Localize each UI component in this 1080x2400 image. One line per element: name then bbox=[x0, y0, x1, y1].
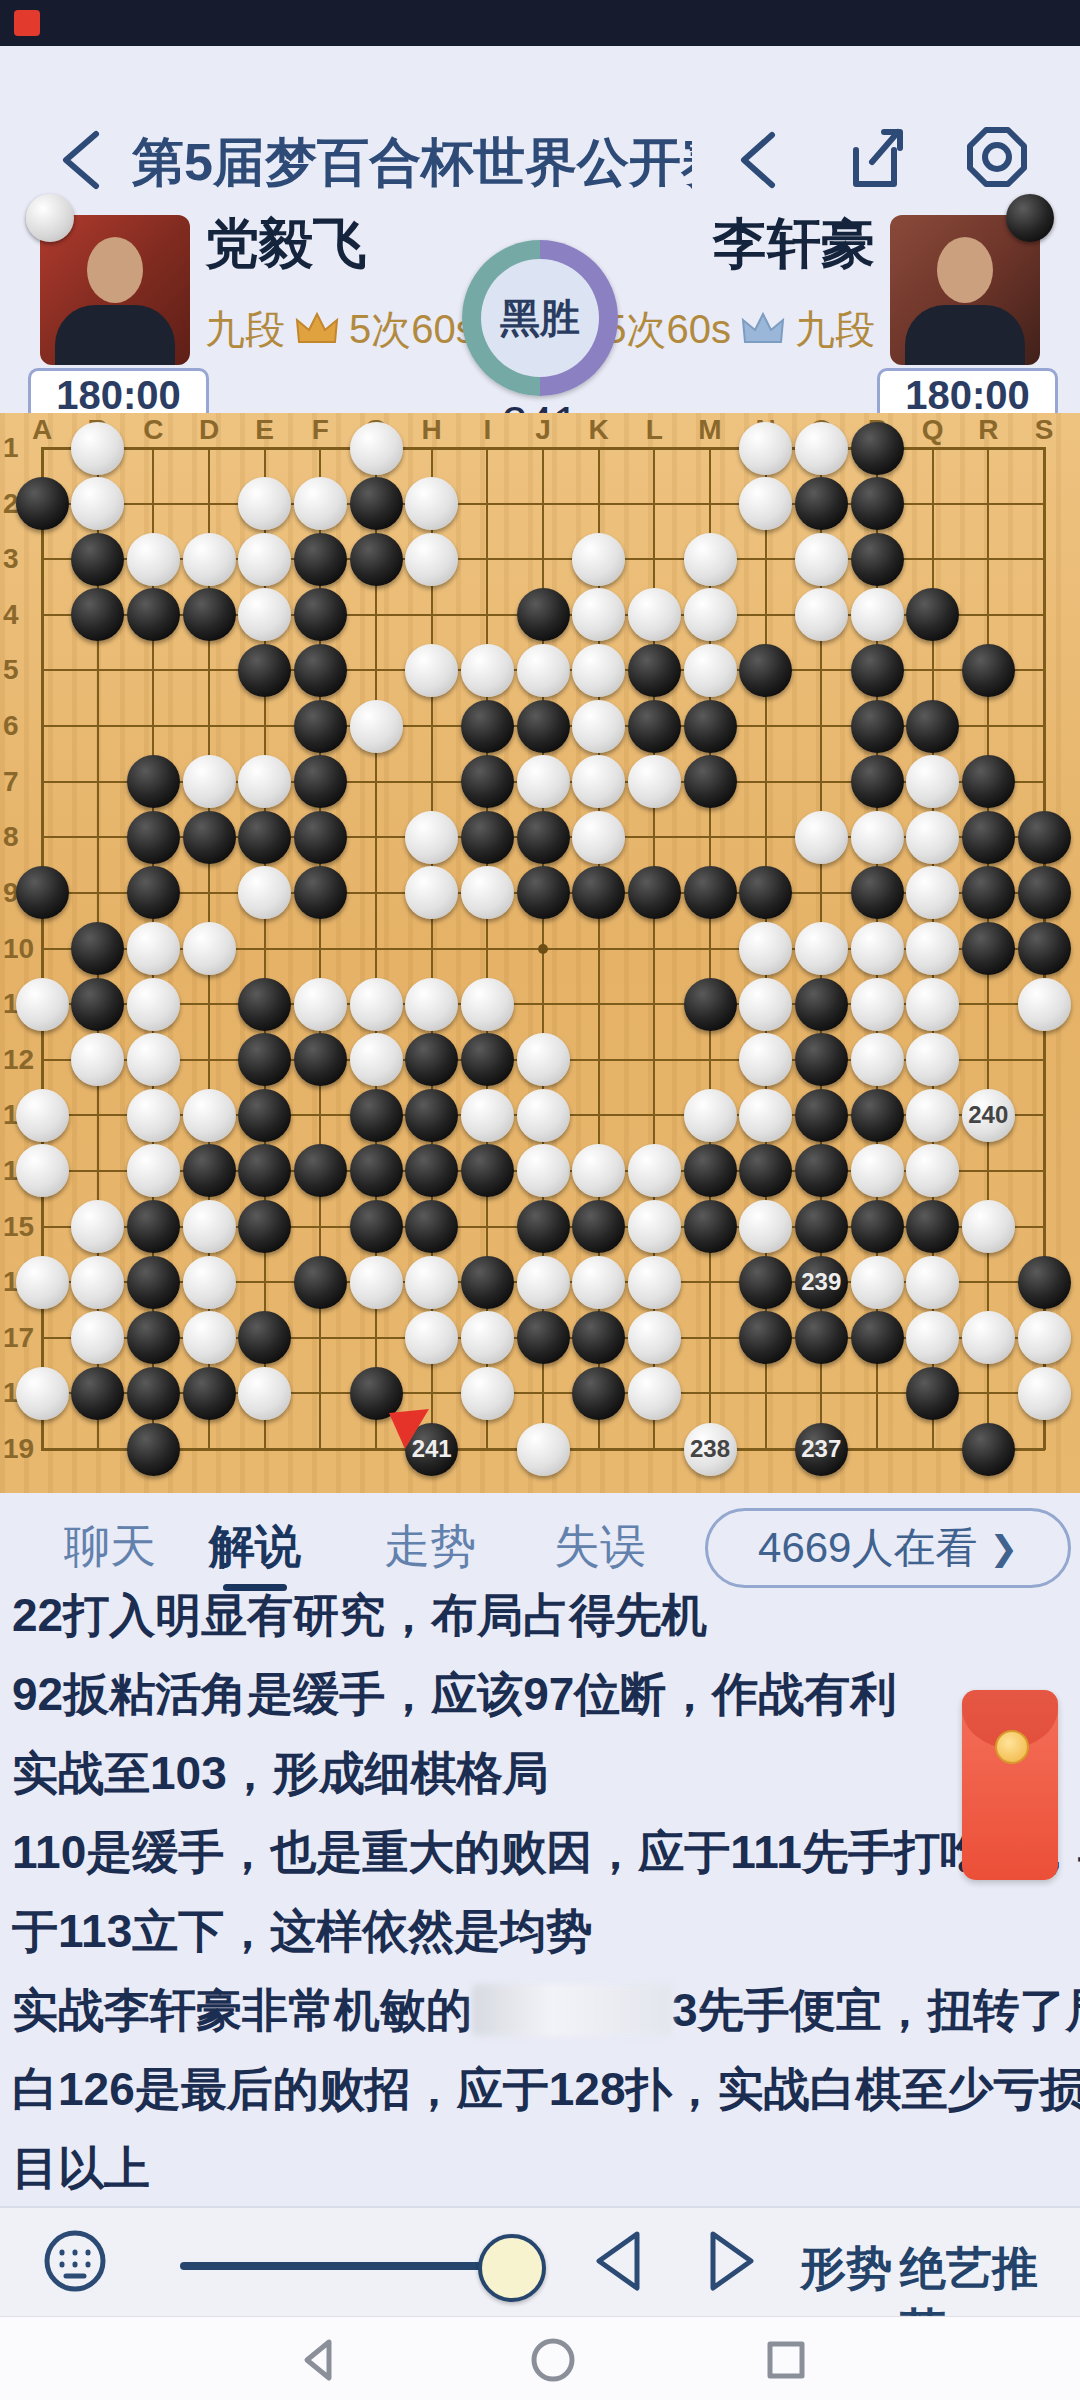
stone-black[interactable] bbox=[350, 1144, 403, 1197]
stone-white[interactable] bbox=[350, 422, 403, 475]
avatar-face bbox=[87, 237, 143, 303]
stone-white[interactable] bbox=[851, 1144, 904, 1197]
stone-white[interactable]: 240 bbox=[962, 1089, 1015, 1142]
stone-black[interactable] bbox=[684, 1144, 737, 1197]
stone-black[interactable] bbox=[795, 477, 848, 530]
right-rank: 九段 bbox=[795, 302, 875, 357]
stone-black[interactable] bbox=[517, 1311, 570, 1364]
stone-black[interactable] bbox=[906, 1367, 959, 1420]
stone-white[interactable] bbox=[517, 1033, 570, 1086]
stone-black[interactable] bbox=[1018, 1256, 1071, 1309]
stone-white[interactable] bbox=[461, 1311, 514, 1364]
stone-white[interactable] bbox=[127, 1144, 180, 1197]
stone-black[interactable] bbox=[684, 700, 737, 753]
stone-white[interactable] bbox=[851, 978, 904, 1031]
stone-white[interactable] bbox=[517, 755, 570, 808]
stone-black[interactable] bbox=[572, 1367, 625, 1420]
stone-black[interactable] bbox=[851, 533, 904, 586]
stone-black[interactable] bbox=[238, 1033, 291, 1086]
stone-white[interactable] bbox=[962, 1200, 1015, 1253]
stone-white[interactable] bbox=[71, 1256, 124, 1309]
right-player-name: 李轩豪 bbox=[560, 208, 875, 281]
stone-white[interactable] bbox=[71, 1033, 124, 1086]
coord-number: 3 bbox=[0, 543, 37, 575]
stone-black[interactable] bbox=[238, 811, 291, 864]
censored-blur-patch bbox=[472, 1984, 672, 2036]
stone-white[interactable] bbox=[684, 644, 737, 697]
stone-black[interactable] bbox=[405, 1089, 458, 1142]
stone-black[interactable] bbox=[461, 811, 514, 864]
stone-white[interactable] bbox=[684, 533, 737, 586]
situation-button[interactable]: 形势 bbox=[800, 2238, 892, 2300]
record-target-icon[interactable] bbox=[962, 122, 1032, 192]
stone-white[interactable] bbox=[127, 1033, 180, 1086]
stone-white[interactable] bbox=[517, 1256, 570, 1309]
stone-white[interactable] bbox=[572, 644, 625, 697]
stone-black[interactable] bbox=[127, 1311, 180, 1364]
stone-black[interactable] bbox=[684, 1200, 737, 1253]
coord-letter: H bbox=[412, 414, 452, 446]
stone-black[interactable] bbox=[962, 755, 1015, 808]
stone-white[interactable] bbox=[238, 755, 291, 808]
coord-number: 12 bbox=[0, 1044, 37, 1076]
stone-black[interactable] bbox=[127, 1423, 180, 1476]
stone-black[interactable] bbox=[183, 1144, 236, 1197]
stone-black[interactable] bbox=[962, 644, 1015, 697]
stone-black[interactable] bbox=[851, 700, 904, 753]
stone-black[interactable] bbox=[572, 1200, 625, 1253]
stone-white[interactable] bbox=[628, 1311, 681, 1364]
stone-black[interactable] bbox=[851, 644, 904, 697]
coord-letter: K bbox=[579, 414, 619, 446]
stone-black[interactable]: 239 bbox=[795, 1256, 848, 1309]
stone-black[interactable] bbox=[405, 1033, 458, 1086]
stone-black[interactable] bbox=[795, 978, 848, 1031]
coord-number: 7 bbox=[0, 766, 37, 798]
stone-black[interactable] bbox=[461, 700, 514, 753]
coord-number: 1 bbox=[0, 432, 37, 464]
stone-black[interactable] bbox=[294, 700, 347, 753]
star-point bbox=[538, 944, 548, 954]
stone-black[interactable] bbox=[16, 477, 69, 530]
stone-black[interactable] bbox=[294, 866, 347, 919]
coord-letter: R bbox=[968, 414, 1008, 446]
page-title: 第5届梦百合杯世界公开赛... bbox=[132, 128, 692, 192]
collapse-back-icon[interactable] bbox=[738, 130, 780, 190]
stone-black[interactable] bbox=[795, 1311, 848, 1364]
stone-black[interactable] bbox=[851, 1311, 904, 1364]
stone-white[interactable] bbox=[684, 1089, 737, 1142]
stone-white[interactable] bbox=[684, 588, 737, 641]
stone-black[interactable] bbox=[517, 866, 570, 919]
stone-white[interactable] bbox=[906, 811, 959, 864]
stone-black[interactable] bbox=[16, 866, 69, 919]
commentary-line: 目以上 bbox=[0, 2129, 1080, 2206]
stone-white[interactable] bbox=[238, 477, 291, 530]
stone-black[interactable] bbox=[962, 922, 1015, 975]
stone-white[interactable] bbox=[71, 477, 124, 530]
stone-white[interactable] bbox=[461, 1089, 514, 1142]
stone-black[interactable] bbox=[851, 866, 904, 919]
stone-white[interactable] bbox=[127, 533, 180, 586]
stone-black[interactable] bbox=[1018, 922, 1071, 975]
stone-white[interactable] bbox=[628, 1200, 681, 1253]
stone-black[interactable] bbox=[405, 1200, 458, 1253]
stone-white[interactable] bbox=[572, 700, 625, 753]
stone-white[interactable] bbox=[795, 588, 848, 641]
coord-letter: J bbox=[523, 414, 563, 446]
right-byoyomi: 5次60s bbox=[604, 302, 731, 357]
stone-white[interactable] bbox=[572, 811, 625, 864]
stone-white[interactable] bbox=[461, 644, 514, 697]
stone-white[interactable] bbox=[16, 1144, 69, 1197]
stone-white[interactable] bbox=[906, 978, 959, 1031]
coord-letter: Q bbox=[913, 414, 953, 446]
stone-white[interactable] bbox=[906, 1033, 959, 1086]
commentary-line: 实战至103，形成细棋格局 bbox=[0, 1734, 1080, 1813]
stone-white[interactable] bbox=[461, 978, 514, 1031]
coord-number: 4 bbox=[0, 599, 37, 631]
stone-white[interactable] bbox=[71, 1200, 124, 1253]
stone-white[interactable] bbox=[350, 700, 403, 753]
avatar-body bbox=[905, 305, 1025, 365]
stone-black[interactable] bbox=[350, 477, 403, 530]
stone-white[interactable] bbox=[183, 1200, 236, 1253]
stone-white[interactable] bbox=[405, 477, 458, 530]
stone-white[interactable] bbox=[461, 866, 514, 919]
stone-white[interactable] bbox=[739, 422, 792, 475]
stone-white[interactable] bbox=[350, 1256, 403, 1309]
tab-trend[interactable]: 走势 bbox=[360, 1516, 500, 1576]
stone-white[interactable] bbox=[350, 1033, 403, 1086]
stone-white[interactable] bbox=[795, 922, 848, 975]
black-stone-badge bbox=[1006, 194, 1054, 242]
stone-black[interactable] bbox=[71, 922, 124, 975]
stone-white[interactable] bbox=[16, 1256, 69, 1309]
stone-black[interactable] bbox=[127, 755, 180, 808]
stone-black[interactable] bbox=[572, 866, 625, 919]
stone-white[interactable] bbox=[851, 1256, 904, 1309]
stone-black[interactable] bbox=[127, 1367, 180, 1420]
stone-black[interactable] bbox=[795, 1033, 848, 1086]
stone-white[interactable] bbox=[572, 588, 625, 641]
keyboard-smiley-icon[interactable] bbox=[40, 2226, 110, 2296]
avatar-face bbox=[937, 237, 993, 303]
stone-white[interactable] bbox=[294, 978, 347, 1031]
stone-white[interactable] bbox=[405, 866, 458, 919]
stone-white[interactable] bbox=[739, 1033, 792, 1086]
stone-black[interactable] bbox=[628, 866, 681, 919]
stone-black[interactable] bbox=[572, 1311, 625, 1364]
stone-black[interactable] bbox=[461, 1144, 514, 1197]
stone-white[interactable] bbox=[572, 1144, 625, 1197]
stone-black[interactable] bbox=[962, 1423, 1015, 1476]
stone-white[interactable] bbox=[183, 1311, 236, 1364]
status-bar bbox=[0, 0, 1080, 46]
stone-black[interactable] bbox=[628, 700, 681, 753]
stone-white[interactable] bbox=[517, 1423, 570, 1476]
stone-white[interactable] bbox=[851, 1033, 904, 1086]
stone-black[interactable] bbox=[851, 1200, 904, 1253]
stone-black[interactable] bbox=[461, 1033, 514, 1086]
stone-black[interactable] bbox=[684, 755, 737, 808]
result-ring: 黑胜 bbox=[462, 240, 618, 396]
stone-black[interactable] bbox=[962, 866, 1015, 919]
stone-black[interactable] bbox=[127, 588, 180, 641]
stone-black[interactable] bbox=[851, 422, 904, 475]
stone-black[interactable] bbox=[71, 533, 124, 586]
stone-white[interactable] bbox=[906, 1256, 959, 1309]
stone-white[interactable] bbox=[127, 978, 180, 1031]
stone-black[interactable] bbox=[851, 1089, 904, 1142]
stone-black[interactable] bbox=[461, 1256, 514, 1309]
stone-black[interactable] bbox=[739, 1144, 792, 1197]
android-back-icon[interactable] bbox=[297, 2338, 341, 2382]
stone-black[interactable] bbox=[795, 1200, 848, 1253]
stone-black[interactable] bbox=[183, 811, 236, 864]
stone-black[interactable] bbox=[517, 700, 570, 753]
stone-white[interactable] bbox=[739, 477, 792, 530]
stone-white[interactable] bbox=[628, 588, 681, 641]
stone-black[interactable] bbox=[517, 588, 570, 641]
stone-black[interactable] bbox=[739, 1256, 792, 1309]
coord-number: 19 bbox=[0, 1433, 37, 1465]
coord-letter: D bbox=[189, 414, 229, 446]
stone-white[interactable] bbox=[517, 1089, 570, 1142]
stone-white[interactable] bbox=[405, 644, 458, 697]
stone-white[interactable] bbox=[628, 1144, 681, 1197]
stone-black[interactable] bbox=[906, 588, 959, 641]
stone-white[interactable] bbox=[16, 1089, 69, 1142]
go-board[interactable]: A1B2C3D4E5F6G7H8I9J10K11L12M13N14O15P16Q… bbox=[0, 413, 1080, 1493]
share-icon[interactable] bbox=[842, 124, 908, 192]
stone-black[interactable] bbox=[238, 978, 291, 1031]
stone-black[interactable] bbox=[71, 978, 124, 1031]
back-icon[interactable] bbox=[58, 128, 104, 192]
stone-black[interactable] bbox=[906, 700, 959, 753]
stone-white[interactable] bbox=[405, 811, 458, 864]
stone-black[interactable] bbox=[238, 1311, 291, 1364]
next-move-button[interactable] bbox=[695, 2226, 765, 2296]
stone-black[interactable] bbox=[127, 811, 180, 864]
stone-white[interactable] bbox=[795, 533, 848, 586]
stone-white[interactable] bbox=[294, 477, 347, 530]
stone-white[interactable] bbox=[517, 644, 570, 697]
coord-number: 6 bbox=[0, 710, 37, 742]
stone-black[interactable] bbox=[851, 755, 904, 808]
stone-black[interactable] bbox=[350, 1089, 403, 1142]
stone-black[interactable] bbox=[851, 477, 904, 530]
stone-black[interactable] bbox=[294, 1033, 347, 1086]
stone-black[interactable] bbox=[628, 644, 681, 697]
stone-white[interactable] bbox=[127, 922, 180, 975]
stone-white[interactable] bbox=[906, 755, 959, 808]
stone-black[interactable] bbox=[238, 1089, 291, 1142]
stone-white[interactable] bbox=[71, 1311, 124, 1364]
stone-white[interactable] bbox=[238, 533, 291, 586]
stone-black[interactable] bbox=[71, 588, 124, 641]
stone-white[interactable] bbox=[962, 1311, 1015, 1364]
commentary-line: 实战李轩豪非常机敏的3先手便宜，扭转了局势 bbox=[0, 1971, 1080, 2050]
stone-black[interactable] bbox=[517, 811, 570, 864]
stone-white[interactable] bbox=[1018, 1367, 1071, 1420]
commentary-line: 92扳粘活角是缓手，应该97位断，作战有利 bbox=[0, 1655, 1080, 1734]
stone-black[interactable] bbox=[795, 1089, 848, 1142]
tab-commentary[interactable]: 解说 bbox=[185, 1516, 325, 1576]
stone-black[interactable] bbox=[183, 588, 236, 641]
stone-white[interactable] bbox=[183, 755, 236, 808]
stone-black[interactable] bbox=[684, 866, 737, 919]
last-move-marker bbox=[389, 1409, 435, 1455]
stone-white[interactable] bbox=[739, 1089, 792, 1142]
stone-black[interactable]: 241 bbox=[405, 1423, 458, 1476]
stone-white[interactable] bbox=[906, 1089, 959, 1142]
stone-white[interactable] bbox=[183, 1256, 236, 1309]
stone-white[interactable] bbox=[1018, 978, 1071, 1031]
stone-white[interactable] bbox=[739, 922, 792, 975]
stone-black[interactable] bbox=[350, 533, 403, 586]
chevron-right-icon: ❯ bbox=[989, 1528, 1018, 1568]
stone-white[interactable] bbox=[183, 533, 236, 586]
stone-black[interactable] bbox=[739, 644, 792, 697]
coord-letter: I bbox=[467, 414, 507, 446]
stone-black[interactable] bbox=[1018, 866, 1071, 919]
stone-white[interactable] bbox=[1018, 1311, 1071, 1364]
stone-black[interactable] bbox=[71, 1367, 124, 1420]
stone-black[interactable] bbox=[405, 1144, 458, 1197]
commentary-panel: 22打入明显有研究，布局占得先机92扳粘活角是缓手，应该97位断，作战有利实战至… bbox=[0, 1576, 1080, 2206]
stone-black[interactable] bbox=[795, 1144, 848, 1197]
commentary-line: 白126是最后的败招，应于128扑，实战白棋至少亏损一 bbox=[0, 2050, 1080, 2129]
left-player-name: 党毅飞 bbox=[205, 208, 367, 281]
stone-black[interactable] bbox=[294, 1144, 347, 1197]
stone-white[interactable]: 238 bbox=[684, 1423, 737, 1476]
stone-white[interactable] bbox=[405, 533, 458, 586]
stone-black[interactable] bbox=[739, 1311, 792, 1364]
stone-white[interactable] bbox=[628, 1367, 681, 1420]
stone-white[interactable] bbox=[405, 1256, 458, 1309]
stone-white[interactable] bbox=[739, 1200, 792, 1253]
stone-white[interactable] bbox=[461, 1367, 514, 1420]
commentary-line: 于113立下，这样依然是均势 bbox=[0, 1892, 1080, 1971]
envelope-coin-icon bbox=[995, 1730, 1029, 1764]
stone-black[interactable] bbox=[238, 1144, 291, 1197]
stone-white[interactable] bbox=[906, 1144, 959, 1197]
stone-white[interactable] bbox=[572, 1256, 625, 1309]
stone-white[interactable] bbox=[238, 588, 291, 641]
left-player-rank-row: 九段 5次60s bbox=[205, 302, 476, 357]
stone-white[interactable] bbox=[183, 922, 236, 975]
stone-white[interactable] bbox=[238, 1367, 291, 1420]
coord-letter: C bbox=[133, 414, 173, 446]
android-recents-icon[interactable] bbox=[764, 2338, 808, 2382]
commentary-line: 110是缓手，也是重大的败因，应于111先手打吃后，再 bbox=[0, 1813, 1080, 1892]
stone-white[interactable] bbox=[906, 866, 959, 919]
stone-white[interactable] bbox=[572, 533, 625, 586]
coord-letter: L bbox=[634, 414, 674, 446]
white-stone-badge bbox=[26, 194, 74, 242]
move-slider-track[interactable] bbox=[180, 2262, 510, 2270]
stone-white[interactable] bbox=[628, 755, 681, 808]
stone-black[interactable] bbox=[962, 811, 1015, 864]
stone-black[interactable] bbox=[127, 866, 180, 919]
blue-crown-icon bbox=[741, 310, 785, 350]
recording-indicator-icon bbox=[14, 10, 40, 36]
stone-white[interactable] bbox=[851, 588, 904, 641]
stone-white[interactable] bbox=[238, 866, 291, 919]
coord-number: 15 bbox=[0, 1211, 37, 1243]
stone-black[interactable] bbox=[238, 644, 291, 697]
red-envelope-button[interactable] bbox=[962, 1690, 1058, 1880]
stone-black[interactable] bbox=[294, 644, 347, 697]
coord-number: 10 bbox=[0, 933, 37, 965]
stone-white[interactable] bbox=[906, 922, 959, 975]
left-byoyomi: 5次60s bbox=[349, 302, 476, 357]
coord-letter: E bbox=[245, 414, 285, 446]
prev-move-button[interactable] bbox=[585, 2226, 655, 2296]
stone-white[interactable] bbox=[405, 1311, 458, 1364]
stone-white[interactable] bbox=[517, 1144, 570, 1197]
stone-white[interactable] bbox=[183, 1089, 236, 1142]
stone-black[interactable]: 237 bbox=[795, 1423, 848, 1476]
coord-letter: S bbox=[1024, 414, 1064, 446]
stone-black[interactable] bbox=[294, 1256, 347, 1309]
stone-white[interactable] bbox=[795, 422, 848, 475]
stone-black[interactable] bbox=[127, 1256, 180, 1309]
gold-crown-icon bbox=[295, 310, 339, 350]
stone-white[interactable] bbox=[71, 422, 124, 475]
stone-white[interactable] bbox=[739, 978, 792, 1031]
stone-white[interactable] bbox=[851, 811, 904, 864]
stone-black[interactable] bbox=[739, 866, 792, 919]
stone-white[interactable] bbox=[572, 755, 625, 808]
stone-white[interactable] bbox=[405, 978, 458, 1031]
stone-white[interactable] bbox=[795, 811, 848, 864]
stone-white[interactable] bbox=[851, 922, 904, 975]
stone-black[interactable] bbox=[461, 755, 514, 808]
stone-black[interactable] bbox=[294, 533, 347, 586]
tab-chat[interactable]: 聊天 bbox=[40, 1516, 180, 1576]
coord-number: 8 bbox=[0, 821, 37, 853]
stone-black[interactable] bbox=[127, 1200, 180, 1253]
left-rank: 九段 bbox=[205, 302, 285, 357]
stone-white[interactable] bbox=[906, 1311, 959, 1364]
stone-black[interactable] bbox=[350, 1200, 403, 1253]
stone-black[interactable] bbox=[294, 755, 347, 808]
stone-white[interactable] bbox=[127, 1089, 180, 1142]
avatar-body bbox=[55, 305, 175, 365]
app-screen: 第5届梦百合杯世界公开赛... 党毅飞 李轩豪 九段 5次60s 5次60s 九… bbox=[0, 0, 1080, 2400]
coord-letter: M bbox=[690, 414, 730, 446]
stone-black[interactable] bbox=[183, 1367, 236, 1420]
stone-black[interactable] bbox=[684, 978, 737, 1031]
stone-black[interactable] bbox=[238, 1200, 291, 1253]
stone-black[interactable] bbox=[517, 1200, 570, 1253]
stone-black[interactable] bbox=[294, 588, 347, 641]
commentary-line: 22打入明显有研究，布局占得先机 bbox=[0, 1576, 1080, 1655]
tab-mistakes[interactable]: 失误 bbox=[530, 1516, 670, 1576]
coord-letter: F bbox=[300, 414, 340, 446]
stone-white[interactable] bbox=[628, 1256, 681, 1309]
stone-white[interactable] bbox=[16, 978, 69, 1031]
stone-white[interactable] bbox=[16, 1367, 69, 1420]
stone-black[interactable] bbox=[906, 1200, 959, 1253]
stone-white[interactable] bbox=[350, 978, 403, 1031]
stone-black[interactable] bbox=[294, 811, 347, 864]
android-home-icon[interactable] bbox=[529, 2336, 577, 2384]
stone-black[interactable] bbox=[1018, 811, 1071, 864]
move-slider-knob[interactable] bbox=[478, 2234, 546, 2302]
